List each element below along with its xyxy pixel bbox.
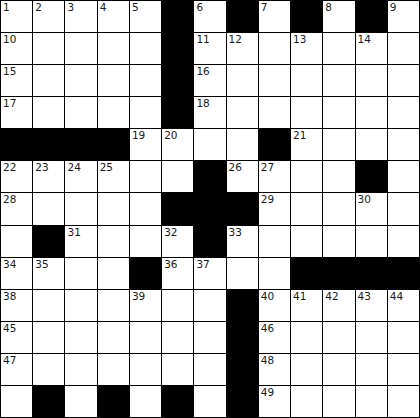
clue-number-22: 22 — [3, 161, 16, 173]
white-cell-r7c10[interactable] — [323, 226, 354, 257]
white-cell-r5c7[interactable]: 26 — [227, 161, 258, 192]
clue-number-33: 33 — [229, 226, 242, 238]
white-cell-r3c11[interactable] — [356, 97, 387, 128]
clue-number-24: 24 — [67, 161, 80, 173]
black-cell-r4c1 — [33, 129, 64, 160]
clue-number-48: 48 — [261, 354, 274, 366]
clue-number-36: 36 — [164, 258, 177, 270]
black-cell-r8c9 — [291, 258, 322, 289]
white-cell-r11c6[interactable] — [194, 354, 225, 385]
white-cell-r12c8[interactable]: 49 — [259, 386, 290, 417]
clue-number-43: 43 — [358, 290, 371, 302]
clue-number-45: 45 — [3, 322, 16, 334]
white-cell-r3c8[interactable] — [259, 97, 290, 128]
clue-number-10: 10 — [3, 33, 16, 45]
white-cell-r10c12[interactable] — [388, 322, 419, 353]
white-cell-r2c2[interactable] — [65, 65, 96, 96]
black-cell-r10c7 — [227, 322, 258, 353]
white-cell-r4c10[interactable] — [323, 129, 354, 160]
white-cell-r1c4[interactable] — [130, 33, 161, 64]
white-cell-r6c3[interactable] — [98, 193, 129, 224]
white-cell-r2c6[interactable]: 16 — [194, 65, 225, 96]
black-cell-r4c3 — [98, 129, 129, 160]
white-cell-r10c10[interactable] — [323, 322, 354, 353]
white-cell-r10c2[interactable] — [65, 322, 96, 353]
black-cell-r2c5 — [162, 65, 193, 96]
white-cell-r11c5[interactable] — [162, 354, 193, 385]
white-cell-r1c6[interactable]: 11 — [194, 33, 225, 64]
white-cell-r7c8[interactable] — [259, 226, 290, 257]
white-cell-r4c4[interactable]: 19 — [130, 129, 161, 160]
black-cell-r7c6 — [194, 226, 225, 257]
black-cell-r1c5 — [162, 33, 193, 64]
white-cell-r0c10[interactable]: 8 — [323, 1, 354, 32]
clue-number-19: 19 — [132, 129, 145, 141]
white-cell-r6c10[interactable] — [323, 193, 354, 224]
white-cell-r6c4[interactable] — [130, 193, 161, 224]
white-cell-r9c12[interactable]: 44 — [388, 290, 419, 321]
white-cell-r9c8[interactable]: 40 — [259, 290, 290, 321]
white-cell-r5c1[interactable]: 23 — [33, 161, 64, 192]
clue-number-1: 1 — [3, 1, 10, 13]
white-cell-r1c2[interactable] — [65, 33, 96, 64]
clue-number-41: 41 — [293, 290, 306, 302]
white-cell-r5c2[interactable]: 24 — [65, 161, 96, 192]
white-cell-r6c8[interactable]: 29 — [259, 193, 290, 224]
clue-number-18: 18 — [196, 97, 209, 109]
white-cell-r9c9[interactable]: 41 — [291, 290, 322, 321]
clue-number-32: 32 — [164, 226, 177, 238]
black-cell-r3c5 — [162, 97, 193, 128]
white-cell-r1c0[interactable]: 10 — [1, 33, 32, 64]
black-cell-r11c7 — [227, 354, 258, 385]
white-cell-r7c2[interactable]: 31 — [65, 226, 96, 257]
white-cell-r2c11[interactable] — [356, 65, 387, 96]
white-cell-r6c1[interactable] — [33, 193, 64, 224]
clue-number-20: 20 — [164, 129, 177, 141]
white-cell-r5c12[interactable] — [388, 161, 419, 192]
clue-number-13: 13 — [293, 33, 306, 45]
white-cell-r9c1[interactable] — [33, 290, 64, 321]
white-cell-r8c6[interactable]: 37 — [194, 258, 225, 289]
clue-number-40: 40 — [261, 290, 274, 302]
black-cell-r6c6 — [194, 193, 225, 224]
clue-number-44: 44 — [390, 290, 403, 302]
white-cell-r10c0[interactable]: 45 — [1, 322, 32, 353]
clue-number-35: 35 — [35, 258, 48, 270]
white-cell-r11c11[interactable] — [356, 354, 387, 385]
clue-number-12: 12 — [229, 33, 242, 45]
white-cell-r8c1[interactable]: 35 — [33, 258, 64, 289]
clue-number-34: 34 — [3, 258, 16, 270]
clue-number-25: 25 — [100, 161, 113, 173]
white-cell-r8c8[interactable] — [259, 258, 290, 289]
white-cell-r7c9[interactable] — [291, 226, 322, 257]
white-cell-r4c5[interactable]: 20 — [162, 129, 193, 160]
white-cell-r3c0[interactable]: 17 — [1, 97, 32, 128]
clue-number-49: 49 — [261, 386, 274, 398]
white-cell-r11c1[interactable] — [33, 354, 64, 385]
white-cell-r8c2[interactable] — [65, 258, 96, 289]
white-cell-r12c11[interactable] — [356, 386, 387, 417]
white-cell-r0c3[interactable]: 4 — [98, 1, 129, 32]
white-cell-r5c8[interactable]: 27 — [259, 161, 290, 192]
white-cell-r11c8[interactable]: 48 — [259, 354, 290, 385]
white-cell-r4c11[interactable] — [356, 129, 387, 160]
clue-number-31: 31 — [67, 226, 80, 238]
white-cell-r0c6[interactable]: 6 — [194, 1, 225, 32]
white-cell-r1c11[interactable]: 14 — [356, 33, 387, 64]
white-cell-r0c0[interactable]: 1 — [1, 1, 32, 32]
white-cell-r5c9[interactable] — [291, 161, 322, 192]
clue-number-38: 38 — [3, 290, 16, 302]
clue-number-26: 26 — [229, 161, 242, 173]
white-cell-r10c3[interactable] — [98, 322, 129, 353]
clue-number-30: 30 — [358, 193, 371, 205]
white-cell-r9c0[interactable]: 38 — [1, 290, 32, 321]
clue-number-4: 4 — [100, 1, 107, 13]
white-cell-r0c8[interactable]: 7 — [259, 1, 290, 32]
white-cell-r3c1[interactable] — [33, 97, 64, 128]
clue-number-21: 21 — [293, 129, 306, 141]
white-cell-r2c1[interactable] — [33, 65, 64, 96]
white-cell-r2c8[interactable] — [259, 65, 290, 96]
white-cell-r8c7[interactable] — [227, 258, 258, 289]
clue-number-3: 3 — [67, 1, 74, 13]
black-cell-r12c3 — [98, 386, 129, 417]
white-cell-r6c11[interactable]: 30 — [356, 193, 387, 224]
white-cell-r10c8[interactable]: 46 — [259, 322, 290, 353]
white-cell-r2c7[interactable] — [227, 65, 258, 96]
white-cell-r8c0[interactable]: 34 — [1, 258, 32, 289]
white-cell-r2c4[interactable] — [130, 65, 161, 96]
black-cell-r6c7 — [227, 193, 258, 224]
white-cell-r11c2[interactable] — [65, 354, 96, 385]
black-cell-r6c5 — [162, 193, 193, 224]
white-cell-r9c3[interactable] — [98, 290, 129, 321]
white-cell-r7c4[interactable] — [130, 226, 161, 257]
white-cell-r11c3[interactable] — [98, 354, 129, 385]
white-cell-r6c0[interactable]: 28 — [1, 193, 32, 224]
white-cell-r2c9[interactable] — [291, 65, 322, 96]
white-cell-r4c7[interactable] — [227, 129, 258, 160]
white-cell-r0c2[interactable]: 3 — [65, 1, 96, 32]
white-cell-r1c3[interactable] — [98, 33, 129, 64]
white-cell-r10c1[interactable] — [33, 322, 64, 353]
white-cell-r12c10[interactable] — [323, 386, 354, 417]
black-cell-r7c1 — [33, 226, 64, 257]
white-cell-r12c2[interactable] — [65, 386, 96, 417]
white-cell-r7c11[interactable] — [356, 226, 387, 257]
clue-number-7: 7 — [261, 1, 268, 13]
clue-number-47: 47 — [3, 354, 16, 366]
black-cell-r12c1 — [33, 386, 64, 417]
clue-number-15: 15 — [3, 65, 16, 77]
black-cell-r0c7 — [227, 1, 258, 32]
black-cell-r8c12 — [388, 258, 419, 289]
black-cell-r8c4 — [130, 258, 161, 289]
clue-number-17: 17 — [3, 97, 16, 109]
black-cell-r0c5 — [162, 1, 193, 32]
white-cell-r2c3[interactable] — [98, 65, 129, 96]
clue-number-6: 6 — [196, 1, 203, 13]
white-cell-r10c4[interactable] — [130, 322, 161, 353]
white-cell-r6c12[interactable] — [388, 193, 419, 224]
white-cell-r9c4[interactable]: 39 — [130, 290, 161, 321]
white-cell-r7c0[interactable] — [1, 226, 32, 257]
clue-number-27: 27 — [261, 161, 274, 173]
white-cell-r11c4[interactable] — [130, 354, 161, 385]
white-cell-r0c1[interactable]: 2 — [33, 1, 64, 32]
white-cell-r9c5[interactable] — [162, 290, 193, 321]
white-cell-r10c11[interactable] — [356, 322, 387, 353]
white-cell-r3c7[interactable] — [227, 97, 258, 128]
white-cell-r7c7[interactable]: 33 — [227, 226, 258, 257]
clue-number-5: 5 — [132, 1, 139, 13]
white-cell-r8c5[interactable]: 36 — [162, 258, 193, 289]
white-cell-r1c10[interactable] — [323, 33, 354, 64]
white-cell-r9c6[interactable] — [194, 290, 225, 321]
white-cell-r12c6[interactable] — [194, 386, 225, 417]
white-cell-r5c10[interactable] — [323, 161, 354, 192]
white-cell-r0c12[interactable]: 9 — [388, 1, 419, 32]
clue-number-29: 29 — [261, 193, 274, 205]
clue-number-2: 2 — [35, 1, 42, 13]
black-cell-r12c5 — [162, 386, 193, 417]
clue-number-9: 9 — [390, 1, 397, 13]
black-cell-r8c11 — [356, 258, 387, 289]
black-cell-r0c9 — [291, 1, 322, 32]
white-cell-r0c4[interactable]: 5 — [130, 1, 161, 32]
black-cell-r4c2 — [65, 129, 96, 160]
white-cell-r1c7[interactable]: 12 — [227, 33, 258, 64]
clue-number-28: 28 — [3, 193, 16, 205]
clue-number-8: 8 — [325, 1, 332, 13]
white-cell-r3c6[interactable]: 18 — [194, 97, 225, 128]
white-cell-r12c0[interactable] — [1, 386, 32, 417]
black-cell-r8c10 — [323, 258, 354, 289]
white-cell-r4c6[interactable] — [194, 129, 225, 160]
white-cell-r5c3[interactable]: 25 — [98, 161, 129, 192]
white-cell-r12c12[interactable] — [388, 386, 419, 417]
white-cell-r5c4[interactable] — [130, 161, 161, 192]
white-cell-r9c11[interactable]: 43 — [356, 290, 387, 321]
white-cell-r7c5[interactable]: 32 — [162, 226, 193, 257]
black-cell-r0c11 — [356, 1, 387, 32]
black-cell-r4c0 — [1, 129, 32, 160]
white-cell-r3c10[interactable] — [323, 97, 354, 128]
white-cell-r11c0[interactable]: 47 — [1, 354, 32, 385]
black-cell-r5c11 — [356, 161, 387, 192]
white-cell-r3c12[interactable] — [388, 97, 419, 128]
black-cell-r12c7 — [227, 386, 258, 417]
white-cell-r2c10[interactable] — [323, 65, 354, 96]
white-cell-r11c12[interactable] — [388, 354, 419, 385]
white-cell-r9c10[interactable]: 42 — [323, 290, 354, 321]
white-cell-r5c5[interactable] — [162, 161, 193, 192]
white-cell-r1c1[interactable] — [33, 33, 64, 64]
white-cell-r8c3[interactable] — [98, 258, 129, 289]
clue-number-14: 14 — [358, 33, 371, 45]
white-cell-r3c2[interactable] — [65, 97, 96, 128]
white-cell-r7c3[interactable] — [98, 226, 129, 257]
white-cell-r12c4[interactable] — [130, 386, 161, 417]
black-cell-r4c8 — [259, 129, 290, 160]
white-cell-r5c0[interactable]: 22 — [1, 161, 32, 192]
clue-number-11: 11 — [196, 33, 209, 45]
clue-number-46: 46 — [261, 322, 274, 334]
white-cell-r1c9[interactable]: 13 — [291, 33, 322, 64]
clue-number-42: 42 — [325, 290, 338, 302]
white-cell-r1c12[interactable] — [388, 33, 419, 64]
clue-number-39: 39 — [132, 290, 145, 302]
clue-number-16: 16 — [196, 65, 209, 77]
white-cell-r12c9[interactable] — [291, 386, 322, 417]
white-cell-r11c10[interactable] — [323, 354, 354, 385]
black-cell-r9c7 — [227, 290, 258, 321]
white-cell-r10c6[interactable] — [194, 322, 225, 353]
white-cell-r6c2[interactable] — [65, 193, 96, 224]
white-cell-r3c3[interactable] — [98, 97, 129, 128]
white-cell-r11c9[interactable] — [291, 354, 322, 385]
white-cell-r9c2[interactable] — [65, 290, 96, 321]
white-cell-r4c12[interactable] — [388, 129, 419, 160]
clue-number-23: 23 — [35, 161, 48, 173]
white-cell-r6c9[interactable] — [291, 193, 322, 224]
white-cell-r4c9[interactable]: 21 — [291, 129, 322, 160]
white-cell-r2c0[interactable]: 15 — [1, 65, 32, 96]
white-cell-r1c8[interactable] — [259, 33, 290, 64]
white-cell-r7c12[interactable] — [388, 226, 419, 257]
white-cell-r10c5[interactable] — [162, 322, 193, 353]
white-cell-r10c9[interactable] — [291, 322, 322, 353]
black-cell-r5c6 — [194, 161, 225, 192]
white-cell-r3c4[interactable] — [130, 97, 161, 128]
white-cell-r2c12[interactable] — [388, 65, 419, 96]
white-cell-r3c9[interactable] — [291, 97, 322, 128]
crossword-grid: 1234567891011121314151617181920212223242… — [0, 0, 420, 418]
clue-number-37: 37 — [196, 258, 209, 270]
